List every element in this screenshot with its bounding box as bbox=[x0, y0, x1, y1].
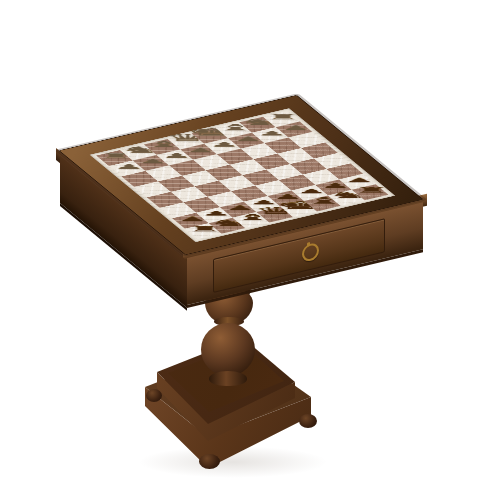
bun-foot-right bbox=[299, 414, 317, 428]
chess-table-photo: ♜♞♝♛♚♝♞♜♟♟♟♟♟♟♟♟♟♟♟♟♟♟♟♟♜♞♝♛♚♝♞♜ bbox=[0, 0, 480, 480]
pedestal-ball bbox=[201, 323, 255, 376]
bun-foot-front bbox=[199, 454, 220, 469]
pedestal-foot-ring bbox=[209, 371, 247, 386]
bun-foot-left bbox=[146, 389, 162, 402]
drawer-ring-pull-icon bbox=[302, 242, 319, 263]
